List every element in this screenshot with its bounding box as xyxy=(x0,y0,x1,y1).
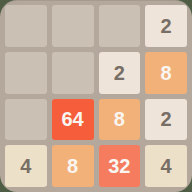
tile-2: 2 xyxy=(145,5,187,47)
tile-2: 2 xyxy=(145,99,187,141)
tile-4: 4 xyxy=(5,145,47,187)
tile-64: 64 xyxy=(52,99,94,141)
tile-8: 8 xyxy=(99,99,141,141)
game-board-2048[interactable]: 228648248324 xyxy=(0,0,192,192)
tile-4: 4 xyxy=(145,145,187,187)
empty-cell xyxy=(52,5,94,47)
empty-cell xyxy=(5,52,47,94)
empty-cell xyxy=(99,5,141,47)
tile-2: 2 xyxy=(99,52,141,94)
page-background: 228648248324 xyxy=(0,0,192,192)
tile-32: 32 xyxy=(99,145,141,187)
empty-cell xyxy=(5,5,47,47)
empty-cell xyxy=(5,99,47,141)
empty-cell xyxy=(52,52,94,94)
tile-8: 8 xyxy=(52,145,94,187)
tile-8: 8 xyxy=(145,52,187,94)
